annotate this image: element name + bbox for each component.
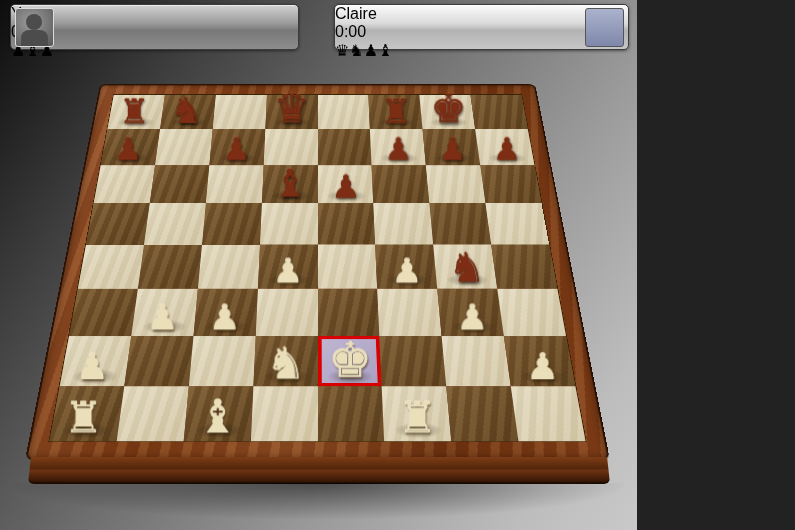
- square-f6[interactable]: [372, 165, 430, 203]
- piece-black-pawn[interactable]: ♟: [426, 133, 480, 164]
- piece-black-knight[interactable]: ♞: [160, 92, 212, 128]
- square-c3[interactable]: ♟: [193, 289, 257, 336]
- piece-black-knight[interactable]: ♞: [437, 246, 497, 287]
- square-b5[interactable]: [144, 204, 206, 245]
- piece-black-king[interactable]: ♚: [422, 88, 474, 128]
- piece-white-pawn[interactable]: ♟: [442, 299, 504, 335]
- square-e7[interactable]: [318, 129, 372, 165]
- square-b7[interactable]: [155, 129, 213, 165]
- board-shadow: [14, 483, 624, 519]
- square-d2[interactable]: ♞: [253, 336, 317, 387]
- square-f7[interactable]: ♟: [370, 129, 426, 165]
- board-scene: ♜♞♛♜♚♟♟♟♟♟♝♟♟♟♞♟♟♟♟♞♚♟♜♝♜: [10, 40, 626, 510]
- square-a3[interactable]: [69, 289, 138, 336]
- square-h5[interactable]: [486, 204, 550, 245]
- piece-black-pawn[interactable]: ♟: [480, 133, 534, 164]
- chess-board[interactable]: ♜♞♛♜♚♟♟♟♟♟♝♟♟♟♞♟♟♟♟♞♚♟♜♝♜: [48, 94, 586, 442]
- player-bar-black: Claire 0:00 ♛♞♟♝: [334, 4, 629, 50]
- avatar-silhouette-head: [26, 14, 42, 30]
- square-e4[interactable]: [318, 245, 378, 289]
- piece-black-pawn[interactable]: ♟: [318, 170, 374, 202]
- avatar-silhouette-torso: [21, 30, 48, 46]
- board-front-edge: [28, 457, 610, 484]
- square-e8[interactable]: [318, 95, 371, 129]
- piece-black-rook[interactable]: ♜: [108, 94, 160, 128]
- player-name-white: You: [11, 5, 298, 23]
- square-b1[interactable]: [116, 387, 188, 442]
- square-a4[interactable]: [78, 245, 144, 289]
- piece-white-pawn[interactable]: ♟: [60, 348, 124, 385]
- square-f8[interactable]: ♜: [369, 95, 423, 129]
- board-tilt: ♜♞♛♜♚♟♟♟♟♟♝♟♟♟♞♟♟♟♟♞♚♟♜♝♜: [25, 84, 610, 460]
- player-bar-white: You 0:35 ♟♝♟: [10, 4, 299, 50]
- square-e5[interactable]: [318, 204, 376, 245]
- square-f5[interactable]: [374, 204, 434, 245]
- square-h4[interactable]: [491, 245, 557, 289]
- piece-black-queen[interactable]: ♛: [265, 88, 317, 128]
- piece-white-pawn[interactable]: ♟: [377, 253, 437, 287]
- captured-bishop-icon: ♝: [378, 42, 392, 59]
- piece-white-bishop[interactable]: ♝: [184, 393, 251, 439]
- piece-black-rook[interactable]: ♜: [370, 94, 422, 128]
- square-g2[interactable]: [442, 336, 511, 387]
- square-d1[interactable]: [250, 387, 317, 442]
- square-h2[interactable]: ♟: [504, 336, 576, 387]
- square-h6[interactable]: [480, 165, 541, 203]
- square-f3[interactable]: [377, 289, 441, 336]
- piece-black-pawn[interactable]: ♟: [372, 133, 426, 164]
- square-a8[interactable]: ♜: [107, 95, 164, 129]
- square-a6[interactable]: [94, 165, 155, 203]
- square-g5[interactable]: [430, 204, 492, 245]
- square-c8[interactable]: [213, 95, 267, 129]
- square-f2[interactable]: [380, 336, 447, 387]
- square-c5[interactable]: [202, 204, 262, 245]
- piece-white-pawn[interactable]: ♟: [258, 253, 318, 287]
- square-c1[interactable]: ♝: [183, 387, 253, 442]
- square-c6[interactable]: [206, 165, 264, 203]
- piece-white-king[interactable]: ♚: [318, 336, 382, 385]
- piece-white-pawn[interactable]: ♟: [132, 299, 194, 335]
- square-c7[interactable]: ♟: [209, 129, 265, 165]
- captured-queen-icon: ♛: [335, 42, 349, 59]
- square-b2[interactable]: [124, 336, 193, 387]
- avatar-hair: [588, 10, 621, 40]
- piece-white-knight[interactable]: ♞: [253, 341, 317, 386]
- avatar-black: [585, 8, 624, 47]
- square-g7[interactable]: ♟: [423, 129, 481, 165]
- board-frame: ♜♞♛♜♚♟♟♟♟♟♝♟♟♟♞♟♟♟♟♞♚♟♜♝♜: [25, 84, 610, 460]
- square-c4[interactable]: [198, 245, 260, 289]
- highlighted-square-e2[interactable]: ♚: [318, 336, 382, 387]
- square-g3[interactable]: ♟: [437, 289, 503, 336]
- piece-black-pawn[interactable]: ♟: [209, 133, 263, 164]
- piece-white-rook[interactable]: ♜: [384, 396, 451, 439]
- square-h8[interactable]: [471, 95, 528, 129]
- square-d5[interactable]: [260, 204, 318, 245]
- square-e3[interactable]: [318, 289, 380, 336]
- square-g4[interactable]: ♞: [433, 245, 497, 289]
- square-h1[interactable]: [511, 387, 586, 442]
- square-e6[interactable]: ♟: [318, 165, 374, 203]
- square-h7[interactable]: ♟: [475, 129, 534, 165]
- captured-by-white: ♟♝♟: [11, 41, 298, 60]
- square-g6[interactable]: [426, 165, 486, 203]
- square-a7[interactable]: ♟: [101, 129, 160, 165]
- square-f1[interactable]: ♜: [382, 387, 452, 442]
- sparkchess-app: ♜♞♛♜♚♟♟♟♟♟♝♟♟♟♞♟♟♟♟♞♚♟♜♝♜ You 0:35 ♟♝♟ C…: [0, 0, 795, 530]
- square-a5[interactable]: [86, 204, 150, 245]
- square-b3[interactable]: ♟: [131, 289, 198, 336]
- square-e1[interactable]: [318, 387, 385, 442]
- piece-white-pawn[interactable]: ♟: [194, 299, 256, 335]
- piece-white-rook[interactable]: ♜: [50, 396, 117, 439]
- square-a2[interactable]: ♟: [60, 336, 132, 387]
- square-h3[interactable]: [497, 289, 566, 336]
- square-d4[interactable]: ♟: [258, 245, 318, 289]
- square-d8[interactable]: ♛: [265, 95, 318, 129]
- square-f4[interactable]: ♟: [375, 245, 437, 289]
- avatar-white: [15, 8, 54, 47]
- captured-pawn-icon: ♟: [364, 42, 378, 59]
- square-g1[interactable]: [446, 387, 518, 442]
- square-g8[interactable]: ♚: [420, 95, 476, 129]
- square-a1[interactable]: ♜: [49, 387, 124, 442]
- captured-knight-icon: ♞: [349, 42, 363, 59]
- square-c2[interactable]: [189, 336, 256, 387]
- piece-black-pawn[interactable]: ♟: [101, 133, 155, 164]
- square-d6[interactable]: ♝: [262, 165, 318, 203]
- square-b6[interactable]: [150, 165, 210, 203]
- player-clock-white: 0:35: [11, 23, 298, 41]
- square-d3[interactable]: [255, 289, 317, 336]
- square-b8[interactable]: ♞: [160, 95, 216, 129]
- square-b4[interactable]: [138, 245, 202, 289]
- piece-black-bishop[interactable]: ♝: [262, 164, 318, 203]
- game-stage: ♜♞♛♜♚♟♟♟♟♟♝♟♟♟♞♟♟♟♟♞♚♟♜♝♜ You 0:35 ♟♝♟ C…: [0, 0, 637, 530]
- piece-white-pawn[interactable]: ♟: [511, 348, 575, 385]
